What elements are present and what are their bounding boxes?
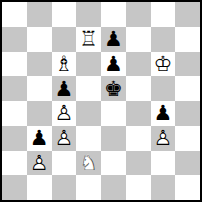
square-a7[interactable] <box>2 27 27 52</box>
square-e2[interactable] <box>101 151 126 176</box>
square-f6[interactable] <box>126 52 151 77</box>
square-b1[interactable] <box>27 175 52 200</box>
square-d3[interactable] <box>76 126 101 151</box>
piece-white-bishop: ♝♗ <box>52 52 77 77</box>
square-c6[interactable]: ♝♗ <box>52 52 77 77</box>
square-e3[interactable] <box>101 126 126 151</box>
piece-black-pawn: ♟ <box>52 76 77 101</box>
square-c3[interactable]: ♟♙ <box>52 126 77 151</box>
square-b8[interactable] <box>27 2 52 27</box>
square-e4[interactable] <box>101 101 126 126</box>
square-h5[interactable] <box>175 76 200 101</box>
piece-white-pawn: ♟♙ <box>52 126 77 151</box>
piece-white-rook: ♜♖ <box>76 27 101 52</box>
square-a6[interactable] <box>2 52 27 77</box>
piece-black-pawn: ♟ <box>101 27 126 52</box>
square-g7[interactable] <box>151 27 176 52</box>
square-g5[interactable] <box>151 76 176 101</box>
square-b5[interactable] <box>27 76 52 101</box>
square-g4[interactable]: ♟ <box>151 101 176 126</box>
piece-white-king: ♚♔ <box>151 52 176 77</box>
square-d7[interactable]: ♜♖ <box>76 27 101 52</box>
square-a4[interactable] <box>2 101 27 126</box>
square-e1[interactable] <box>101 175 126 200</box>
square-b2[interactable]: ♟♙ <box>27 151 52 176</box>
square-h3[interactable] <box>175 126 200 151</box>
square-a1[interactable] <box>2 175 27 200</box>
square-g8[interactable] <box>151 2 176 27</box>
piece-black-pawn: ♟ <box>27 126 52 151</box>
square-e8[interactable] <box>101 2 126 27</box>
square-g1[interactable] <box>151 175 176 200</box>
square-c7[interactable] <box>52 27 77 52</box>
piece-white-knight: ♞♘ <box>76 151 101 176</box>
piece-white-pawn: ♟♙ <box>27 151 52 176</box>
square-e5[interactable]: ♚ <box>101 76 126 101</box>
square-c8[interactable] <box>52 2 77 27</box>
square-e6[interactable]: ♟ <box>101 52 126 77</box>
square-c5[interactable]: ♟ <box>52 76 77 101</box>
square-h8[interactable] <box>175 2 200 27</box>
piece-black-pawn: ♟ <box>151 101 176 126</box>
square-b6[interactable] <box>27 52 52 77</box>
square-b3[interactable]: ♟ <box>27 126 52 151</box>
square-f7[interactable] <box>126 27 151 52</box>
square-d6[interactable] <box>76 52 101 77</box>
square-a5[interactable] <box>2 76 27 101</box>
square-f8[interactable] <box>126 2 151 27</box>
square-g3[interactable]: ♟♙ <box>151 126 176 151</box>
square-f1[interactable] <box>126 175 151 200</box>
square-c4[interactable]: ♟♙ <box>52 101 77 126</box>
square-b4[interactable] <box>27 101 52 126</box>
square-h2[interactable] <box>175 151 200 176</box>
square-f4[interactable] <box>126 101 151 126</box>
square-e7[interactable]: ♟ <box>101 27 126 52</box>
square-g2[interactable] <box>151 151 176 176</box>
square-b7[interactable] <box>27 27 52 52</box>
square-a3[interactable] <box>2 126 27 151</box>
square-c1[interactable] <box>52 175 77 200</box>
square-a8[interactable] <box>2 2 27 27</box>
square-h1[interactable] <box>175 175 200 200</box>
square-h7[interactable] <box>175 27 200 52</box>
square-d8[interactable] <box>76 2 101 27</box>
square-f2[interactable] <box>126 151 151 176</box>
square-h6[interactable] <box>175 52 200 77</box>
piece-white-pawn: ♟♙ <box>52 101 77 126</box>
square-f3[interactable] <box>126 126 151 151</box>
square-d5[interactable] <box>76 76 101 101</box>
square-f5[interactable] <box>126 76 151 101</box>
piece-black-pawn: ♟ <box>101 52 126 77</box>
piece-white-pawn: ♟♙ <box>151 126 176 151</box>
square-g6[interactable]: ♚♔ <box>151 52 176 77</box>
square-d4[interactable] <box>76 101 101 126</box>
square-d2[interactable]: ♞♘ <box>76 151 101 176</box>
square-a2[interactable] <box>2 151 27 176</box>
piece-black-king: ♚ <box>101 76 126 101</box>
square-d1[interactable] <box>76 175 101 200</box>
square-h4[interactable] <box>175 101 200 126</box>
chess-board: ♜♖♟♝♗♟♚♔♟♚♟♙♟♟♟♙♟♙♟♙♞♘ <box>0 0 202 202</box>
square-c2[interactable] <box>52 151 77 176</box>
